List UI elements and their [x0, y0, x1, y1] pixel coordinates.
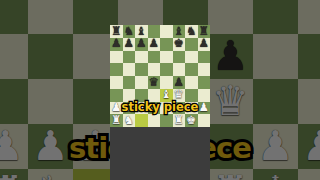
- square-g8[interactable]: ♞: [185, 25, 198, 38]
- square-a1[interactable]: ♜: [110, 114, 123, 127]
- piece-black-pawn[interactable]: ♟: [124, 38, 134, 50]
- square-b5[interactable]: [123, 63, 136, 76]
- square-d7[interactable]: ♟: [148, 38, 161, 51]
- piece-white-knight[interactable]: ♞: [124, 115, 134, 127]
- square-e1[interactable]: [160, 114, 173, 127]
- square-h5[interactable]: [198, 63, 211, 76]
- square-a6[interactable]: [110, 51, 123, 64]
- square-c5[interactable]: [135, 63, 148, 76]
- piece-black-pawn[interactable]: ♟: [199, 38, 209, 50]
- piece-black-knight[interactable]: ♞: [186, 26, 196, 38]
- square-e6[interactable]: [160, 51, 173, 64]
- square-g4[interactable]: [185, 76, 198, 89]
- square-b1[interactable]: ♞: [123, 114, 136, 127]
- square-c7[interactable]: ♟: [135, 38, 148, 51]
- square-f6[interactable]: [173, 51, 186, 64]
- square-g6[interactable]: [185, 51, 198, 64]
- piece-black-pawn[interactable]: ♟: [136, 38, 146, 50]
- piece-white-king[interactable]: ♚: [186, 115, 196, 127]
- square-h4[interactable]: [198, 76, 211, 89]
- square-c4[interactable]: [135, 76, 148, 89]
- square-e8[interactable]: [160, 25, 173, 38]
- square-f7[interactable]: ♚: [173, 38, 186, 51]
- piece-white-rook[interactable]: ♜: [111, 115, 121, 127]
- square-d4[interactable]: ♛: [148, 76, 161, 89]
- square-g5[interactable]: [185, 63, 198, 76]
- piece-black-queen[interactable]: ♛: [149, 77, 159, 89]
- square-g1[interactable]: ♚: [185, 114, 198, 127]
- square-b7[interactable]: ♟: [123, 38, 136, 51]
- square-h1[interactable]: [198, 114, 211, 127]
- square-c1[interactable]: [135, 114, 148, 127]
- square-b4[interactable]: [123, 76, 136, 89]
- square-h6[interactable]: [198, 51, 211, 64]
- piece-black-pawn[interactable]: ♟: [149, 38, 159, 50]
- piece-white-rook[interactable]: ♜: [174, 115, 184, 127]
- caption-text: sticky piece: [0, 100, 320, 114]
- square-h7[interactable]: ♟: [198, 38, 211, 51]
- square-a4[interactable]: [110, 76, 123, 89]
- square-a7[interactable]: ♟: [110, 38, 123, 51]
- video-frame: ♜♞♝♝♞♜♟♟♟♟♚♟♛♟♝♛♟♟♟♟♟♜♞♜♚ sticky piece ♜…: [0, 0, 320, 180]
- square-a5[interactable]: [110, 63, 123, 76]
- square-e5[interactable]: [160, 63, 173, 76]
- square-d1[interactable]: [148, 114, 161, 127]
- square-b6[interactable]: [123, 51, 136, 64]
- square-d6[interactable]: [148, 51, 161, 64]
- square-c6[interactable]: [135, 51, 148, 64]
- caption-panel: [110, 127, 210, 180]
- square-e7[interactable]: [160, 38, 173, 51]
- piece-black-king[interactable]: ♚: [174, 38, 184, 50]
- piece-black-pawn[interactable]: ♟: [111, 38, 121, 50]
- square-g7[interactable]: [185, 38, 198, 51]
- square-f1[interactable]: ♜: [173, 114, 186, 127]
